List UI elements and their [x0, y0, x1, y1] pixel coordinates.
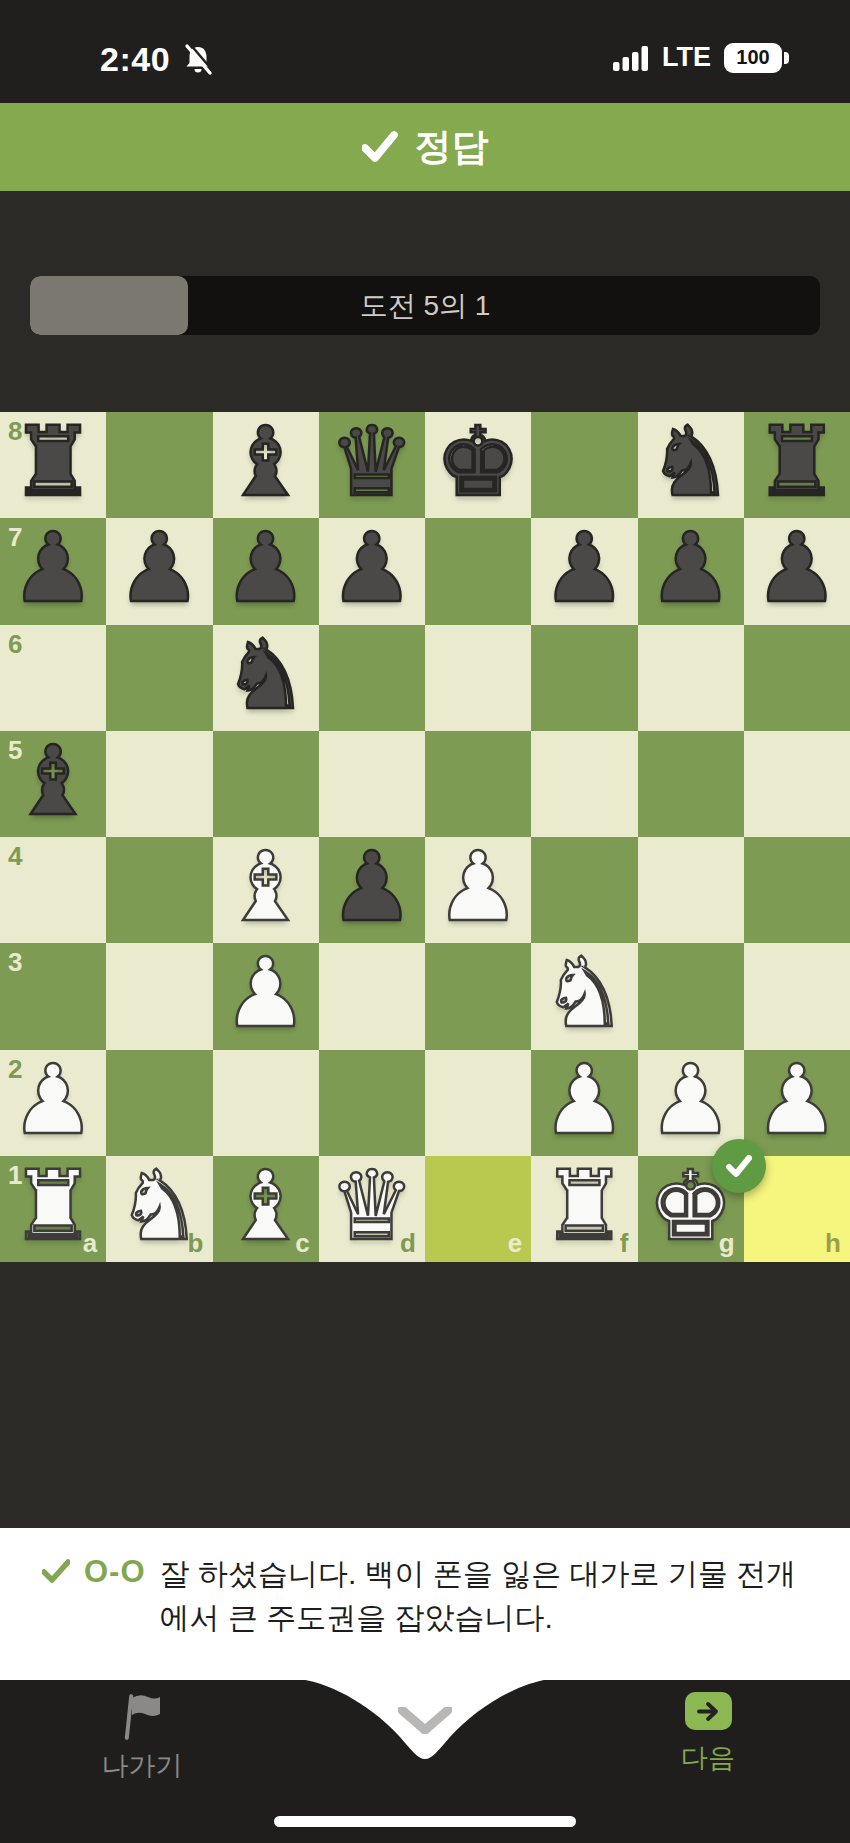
square-g4[interactable]: [638, 837, 744, 943]
square-a8[interactable]: 8♜: [0, 412, 106, 518]
square-b7[interactable]: ♟: [106, 518, 212, 624]
square-d4[interactable]: ♟: [319, 837, 425, 943]
square-e3[interactable]: [425, 943, 531, 1049]
square-f7[interactable]: ♟: [531, 518, 637, 624]
square-e8[interactable]: ♚: [425, 412, 531, 518]
piece-wN-f3[interactable]: ♞: [541, 945, 627, 1041]
square-h3[interactable]: [744, 943, 850, 1049]
progress-fill: [30, 276, 188, 335]
status-time: 2:40: [100, 40, 170, 79]
piece-bR-h8[interactable]: ♜: [754, 414, 840, 510]
square-b3[interactable]: [106, 943, 212, 1049]
square-b5[interactable]: [106, 731, 212, 837]
square-e4[interactable]: ♟: [425, 837, 531, 943]
square-c2[interactable]: [213, 1050, 319, 1156]
piece-bB-c8[interactable]: ♝: [223, 414, 309, 510]
square-h2[interactable]: ♟: [744, 1050, 850, 1156]
next-button-box[interactable]: [685, 1692, 732, 1730]
bell-muted-icon: [180, 42, 216, 78]
exit-button[interactable]: 나가기: [92, 1692, 192, 1784]
piece-bP-d7[interactable]: ♟: [329, 520, 415, 616]
square-f3[interactable]: ♞: [531, 943, 637, 1049]
square-g7[interactable]: ♟: [638, 518, 744, 624]
piece-bK-e8[interactable]: ♚: [435, 414, 521, 510]
chevron-down-icon[interactable]: [398, 1707, 452, 1734]
square-a5[interactable]: 5♝: [0, 731, 106, 837]
result-banner: 정답: [0, 103, 850, 191]
square-f5[interactable]: [531, 731, 637, 837]
square-d1[interactable]: d♛: [319, 1156, 425, 1262]
flag-icon: [119, 1692, 165, 1742]
square-g3[interactable]: [638, 943, 744, 1049]
feedback-move: O-O: [84, 1554, 146, 1590]
square-f8[interactable]: [531, 412, 637, 518]
square-d7[interactable]: ♟: [319, 518, 425, 624]
square-b6[interactable]: [106, 625, 212, 731]
square-h5[interactable]: [744, 731, 850, 837]
square-e5[interactable]: [425, 731, 531, 837]
piece-bP-c7[interactable]: ♟: [223, 520, 309, 616]
square-c7[interactable]: ♟: [213, 518, 319, 624]
piece-bP-b7[interactable]: ♟: [116, 520, 202, 616]
piece-wR-f1[interactable]: ♜: [541, 1158, 627, 1254]
square-f2[interactable]: ♟: [531, 1050, 637, 1156]
next-label: 다음: [681, 1740, 735, 1776]
piece-bN-g8[interactable]: ♞: [648, 414, 734, 510]
piece-wN-b1[interactable]: ♞: [116, 1158, 202, 1254]
rank-label-4: 4: [8, 841, 22, 872]
square-f4[interactable]: [531, 837, 637, 943]
piece-wP-f2[interactable]: ♟: [541, 1052, 627, 1148]
file-label-e: e: [508, 1228, 522, 1259]
battery-level: 100: [736, 46, 769, 69]
piece-wP-g2[interactable]: ♟: [648, 1052, 734, 1148]
signal-bars-icon: [613, 44, 649, 71]
square-a4[interactable]: 4: [0, 837, 106, 943]
square-e2[interactable]: [425, 1050, 531, 1156]
piece-wB-c4[interactable]: ♝: [223, 839, 309, 935]
square-h4[interactable]: [744, 837, 850, 943]
square-a7[interactable]: 7♟: [0, 518, 106, 624]
square-c6[interactable]: ♞: [213, 625, 319, 731]
square-c5[interactable]: [213, 731, 319, 837]
square-d5[interactable]: [319, 731, 425, 837]
banner-label: 정답: [415, 122, 489, 172]
square-b2[interactable]: [106, 1050, 212, 1156]
rank-label-6: 6: [8, 629, 22, 660]
square-g8[interactable]: ♞: [638, 412, 744, 518]
square-c1[interactable]: c♝: [213, 1156, 319, 1262]
piece-bQ-d8[interactable]: ♛: [329, 414, 415, 510]
home-indicator[interactable]: [274, 1816, 576, 1827]
square-e1[interactable]: e: [425, 1156, 531, 1262]
square-d2[interactable]: [319, 1050, 425, 1156]
status-left-cluster: 2:40: [100, 40, 216, 79]
status-bar: 2:40 LTE 100: [0, 0, 850, 103]
square-d6[interactable]: [319, 625, 425, 731]
piece-bN-c6[interactable]: ♞: [223, 627, 309, 723]
arrow-right-icon: [695, 1698, 722, 1725]
progress-bar: 도전 5의 1: [30, 276, 820, 335]
check-icon: [362, 131, 398, 163]
file-label-h: h: [825, 1228, 841, 1259]
square-c3[interactable]: ♟: [213, 943, 319, 1049]
chess-board[interactable]: 8♜♝♛♚♞♜7♟♟♟♟♟♟♟6♞5♝4♝♟♟3♟♞2♟♟♟♟1a♜b♞c♝d♛…: [0, 412, 850, 1262]
status-right-cluster: LTE 100: [613, 42, 782, 73]
piece-bP-a7[interactable]: ♟: [10, 520, 96, 616]
feedback-check-icon: [42, 1559, 70, 1585]
piece-bR-a8[interactable]: ♜: [10, 414, 96, 510]
piece-wP-c3[interactable]: ♟: [223, 945, 309, 1041]
square-f6[interactable]: [531, 625, 637, 731]
piece-wR-a1[interactable]: ♜: [10, 1158, 96, 1254]
square-g6[interactable]: [638, 625, 744, 731]
exit-label: 나가기: [102, 1748, 183, 1784]
feedback-text: 잘 하셨습니다. 백이 폰을 잃은 대가로 기물 전개에서 큰 주도권을 잡았습…: [160, 1552, 810, 1641]
square-g5[interactable]: [638, 731, 744, 837]
piece-bP-f7[interactable]: ♟: [541, 520, 627, 616]
battery-nub: [784, 52, 789, 64]
piece-bP-g7[interactable]: ♟: [648, 520, 734, 616]
feedback-row: O-O 잘 하셨습니다. 백이 폰을 잃은 대가로 기물 전개에서 큰 주도권을…: [42, 1552, 817, 1641]
progress-label: 도전 5의 1: [360, 287, 491, 325]
square-e6[interactable]: [425, 625, 531, 731]
square-b1[interactable]: b♞: [106, 1156, 212, 1262]
piece-wQ-d1[interactable]: ♛: [329, 1158, 415, 1254]
square-b4[interactable]: [106, 837, 212, 943]
badge-check-icon: [725, 1152, 753, 1180]
piece-bP-h7[interactable]: ♟: [754, 520, 840, 616]
piece-wP-e4[interactable]: ♟: [435, 839, 521, 935]
correct-move-badge: [712, 1139, 766, 1193]
square-a3[interactable]: 3: [0, 943, 106, 1049]
piece-wP-h2[interactable]: ♟: [754, 1052, 840, 1148]
square-g2[interactable]: ♟: [638, 1050, 744, 1156]
square-c4[interactable]: ♝: [213, 837, 319, 943]
piece-bB-a5[interactable]: ♝: [10, 733, 96, 829]
rank-label-3: 3: [8, 947, 22, 978]
square-c8[interactable]: ♝: [213, 412, 319, 518]
square-h8[interactable]: ♜: [744, 412, 850, 518]
square-a2[interactable]: 2♟: [0, 1050, 106, 1156]
square-a6[interactable]: 6: [0, 625, 106, 731]
square-f1[interactable]: f♜: [531, 1156, 637, 1262]
square-h7[interactable]: ♟: [744, 518, 850, 624]
square-d8[interactable]: ♛: [319, 412, 425, 518]
square-h6[interactable]: [744, 625, 850, 731]
square-b8[interactable]: [106, 412, 212, 518]
battery-icon: 100: [724, 43, 782, 73]
piece-bP-d4[interactable]: ♟: [329, 839, 415, 935]
piece-wP-a2[interactable]: ♟: [10, 1052, 96, 1148]
square-e7[interactable]: [425, 518, 531, 624]
next-button[interactable]: 다음: [658, 1692, 758, 1776]
square-a1[interactable]: 1a♜: [0, 1156, 106, 1262]
square-d3[interactable]: [319, 943, 425, 1049]
network-label: LTE: [662, 42, 711, 73]
piece-wB-c1[interactable]: ♝: [223, 1158, 309, 1254]
